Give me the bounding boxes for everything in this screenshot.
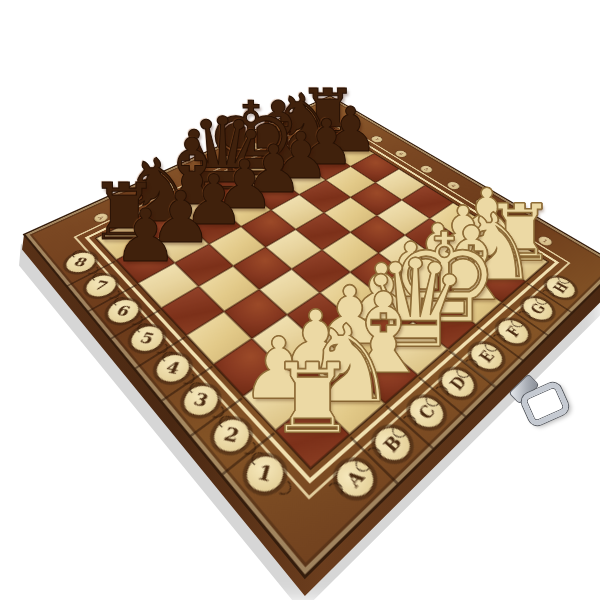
metal-clasp xyxy=(510,375,562,421)
piece-white-rook-a1[interactable]: ♜ xyxy=(269,351,356,448)
scrollwork-curl xyxy=(275,478,293,496)
product-photo-scene: Product photo of a wooden folding magnet… xyxy=(0,0,600,600)
far-medallion-rank-6: 6 xyxy=(392,149,410,159)
piece-black-pawn-a7[interactable]: ♟ xyxy=(113,199,179,272)
far-medallion-rank-5: 5 xyxy=(417,164,435,175)
